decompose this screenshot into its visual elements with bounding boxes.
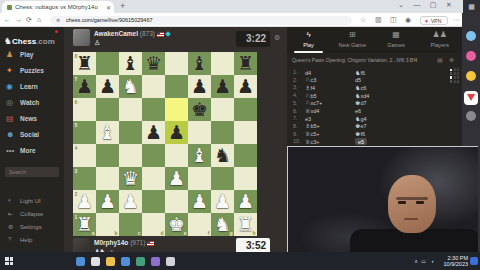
white-pawn-e3[interactable]: ♟ bbox=[165, 167, 188, 190]
square-g7[interactable]: ♟ bbox=[211, 75, 234, 98]
square-d3[interactable] bbox=[142, 167, 165, 190]
square-e5[interactable]: ♟ bbox=[165, 121, 188, 144]
vpn-extension-button[interactable]: ▼ VPN bbox=[420, 16, 448, 25]
top-player-name[interactable]: AwakenCamel (873) bbox=[94, 30, 170, 37]
square-h7[interactable]: ♟ bbox=[234, 75, 257, 98]
top-player-avatar[interactable] bbox=[73, 29, 90, 46]
play-icon: ♟ bbox=[6, 50, 13, 59]
browser-menu-icon[interactable]: ⋯ bbox=[453, 16, 460, 24]
vpn-shield-icon: ▼ bbox=[424, 18, 429, 24]
maximize-button[interactable]: ▢ bbox=[426, 1, 440, 9]
square-e2[interactable] bbox=[165, 190, 188, 213]
taskbar-date: 10/9/2023 bbox=[444, 261, 468, 268]
white-bishop-b5[interactable]: ♝ bbox=[96, 121, 119, 144]
square-a1[interactable]: 1a♜ bbox=[73, 213, 96, 236]
white-pawn-h2[interactable]: ♟ bbox=[234, 190, 257, 213]
notification-dot bbox=[55, 30, 58, 33]
image-creator-icon[interactable] bbox=[466, 51, 476, 61]
tab-dropdown-icon[interactable]: ⌄ bbox=[394, 1, 408, 9]
news-icon: ▤ bbox=[6, 114, 14, 123]
white-move-3[interactable]: ♗f4 bbox=[305, 84, 315, 91]
home-icon[interactable]: ⌂ bbox=[37, 16, 41, 23]
panel-tab-new-game[interactable]: ⊞New Game bbox=[331, 27, 374, 53]
square-d5[interactable]: ♟ bbox=[142, 121, 165, 144]
move-row-6: 6.♕xd4e6 bbox=[287, 107, 462, 115]
white-move-7[interactable]: e3 bbox=[305, 115, 311, 122]
move-row-5: 5.♘xc7+♚d7 bbox=[287, 99, 462, 107]
rank-label-6: 6 bbox=[75, 99, 78, 105]
rank-label-5: 5 bbox=[75, 122, 78, 128]
black-bishop-f8[interactable]: ♝ bbox=[188, 52, 211, 75]
game-area: AwakenCamel (873) ♙ 3:22 ⚙ 8♜♝♛♝♜7♟♟♞♟♟♟… bbox=[64, 27, 287, 252]
black-move-8[interactable]: ♚e7 bbox=[355, 122, 367, 129]
board-settings-gear-icon[interactable]: ⚙ bbox=[274, 34, 280, 42]
white-pawn-g2[interactable]: ♟ bbox=[211, 190, 234, 213]
forward-icon[interactable]: → bbox=[15, 16, 22, 23]
webcam-person-face bbox=[388, 175, 436, 233]
collections-icon[interactable]: ▥ bbox=[375, 16, 382, 24]
white-rook-a1[interactable]: ♜ bbox=[73, 213, 96, 236]
search-placeholder: Search bbox=[9, 169, 26, 175]
tray-expand-icon[interactable]: ∧ bbox=[414, 258, 418, 264]
tray-volume-icon[interactable]: ◖ bbox=[431, 258, 434, 264]
move-row-1: 1.d4♞f64.53.2 bbox=[287, 68, 462, 76]
move-row-9: 9.♕c5+♚f6 bbox=[287, 130, 462, 138]
taskbar-discord-icon[interactable] bbox=[151, 257, 160, 266]
white-move-1[interactable]: d4 bbox=[305, 69, 311, 76]
black-pawn-f7[interactable]: ♟ bbox=[188, 75, 211, 98]
white-knight-g1[interactable]: ♞ bbox=[211, 213, 234, 236]
file-label-d: d bbox=[160, 230, 163, 236]
square-a6[interactable]: 6 bbox=[73, 98, 96, 121]
square-b4[interactable] bbox=[96, 144, 119, 167]
bottom-player-flag-icon bbox=[147, 241, 154, 246]
sidebar-item-watch[interactable]: ◎Watch bbox=[0, 95, 64, 111]
back-icon[interactable]: ← bbox=[4, 16, 11, 23]
browser-tab-strip: Chess: nobagos vs M0rphy14o ✕ + ⌄ — ▢ ✕ … bbox=[0, 0, 480, 13]
square-f5[interactable] bbox=[188, 121, 211, 144]
square-c7[interactable]: ♞ bbox=[119, 75, 142, 98]
white-move-8[interactable]: ♗b5+ bbox=[305, 122, 320, 129]
black-queen-d8[interactable]: ♛ bbox=[142, 52, 165, 75]
black-move-3[interactable]: ♞c6 bbox=[355, 84, 366, 91]
logo-knight-icon: ♞ bbox=[4, 36, 12, 46]
opening-book-icon[interactable]: ▤ bbox=[437, 56, 443, 63]
settings-circle-icon[interactable] bbox=[466, 111, 476, 121]
square-b6[interactable] bbox=[96, 98, 119, 121]
tab-actions-icon[interactable]: ▦ bbox=[463, 0, 480, 13]
chess-board: 8♜♝♛♝♜7♟♟♞♟♟♟6♚5♝♟♟4♝♞3♛♟2♟♟♟♟♟♟1a♜bcde♚… bbox=[73, 52, 257, 236]
black-pawn-d5[interactable]: ♟ bbox=[142, 121, 165, 144]
square-b5[interactable]: ♝ bbox=[96, 121, 119, 144]
white-move-4[interactable]: ♘b5 bbox=[305, 92, 317, 99]
taskbar-store-icon[interactable] bbox=[136, 257, 145, 266]
black-rook-a8[interactable]: ♜ bbox=[73, 52, 96, 75]
file-label-f: f bbox=[208, 230, 210, 236]
black-pawn-h7[interactable]: ♟ bbox=[234, 75, 257, 98]
white-move-9[interactable]: ♕c5+ bbox=[305, 130, 319, 137]
square-b7[interactable]: ♟ bbox=[96, 75, 119, 98]
windows-taskbar: ∧ ▭ ◖ 2:30 PM 10/9/2023 bbox=[0, 252, 480, 270]
top-player-rating: (873) bbox=[140, 30, 155, 37]
top-player-row: AwakenCamel (873) ♙ 3:22 ⚙ bbox=[73, 29, 273, 51]
square-a8[interactable]: 8♜ bbox=[73, 52, 96, 75]
square-c6[interactable] bbox=[119, 98, 142, 121]
play-icon: ϟ bbox=[287, 30, 330, 39]
square-a2[interactable]: 2♟ bbox=[73, 190, 96, 213]
square-g1[interactable]: g♞ bbox=[211, 213, 234, 236]
square-h4[interactable] bbox=[234, 144, 257, 167]
move-row-4: 4.♘b5♞xd4 bbox=[287, 91, 462, 99]
taskbar-folder-icon[interactable] bbox=[106, 257, 115, 266]
sidebar-item-puzzles[interactable]: ✦Puzzles bbox=[0, 63, 64, 79]
black-move-1[interactable]: ♞f6 bbox=[355, 69, 365, 76]
square-g6[interactable] bbox=[211, 98, 234, 121]
chesscom-logo[interactable]: ♞Chess.com bbox=[4, 30, 58, 48]
black-pawn-a7[interactable]: ♟ bbox=[73, 75, 96, 98]
white-king-e1[interactable]: ♚ bbox=[165, 213, 188, 236]
white-knight-c7[interactable]: ♞ bbox=[119, 75, 142, 98]
square-f3[interactable] bbox=[188, 167, 211, 190]
start-button-icon[interactable] bbox=[5, 257, 13, 265]
square-d8[interactable]: ♛ bbox=[142, 52, 165, 75]
move-row-2: 2.♘c3d53.34.4 bbox=[287, 76, 462, 84]
sidebar-item-learn[interactable]: ◉Learn bbox=[0, 79, 64, 95]
black-move-4[interactable]: ♞xd4 bbox=[355, 92, 369, 99]
players-icon: ♟♟ bbox=[418, 30, 461, 39]
address-bar: ← → ⟳ ⌂ ⊜ chess.com/game/live/9061502946… bbox=[0, 13, 480, 27]
black-move-9[interactable]: ♚f6 bbox=[355, 130, 365, 137]
black-move-7[interactable]: ♞g4 bbox=[355, 115, 367, 122]
square-a3[interactable]: 3 bbox=[73, 167, 96, 190]
panel-tab-games[interactable]: ▦Games bbox=[375, 27, 418, 53]
chesscom-sidebar: ♞Chess.com ♟Play✦Puzzles◉Learn◎Watch▤New… bbox=[0, 27, 64, 252]
square-g5[interactable] bbox=[211, 121, 234, 144]
top-captured-pieces: ♙ bbox=[94, 39, 99, 47]
square-b8[interactable] bbox=[96, 52, 119, 75]
square-d1[interactable]: d bbox=[142, 213, 165, 236]
site-permissions-icon[interactable]: ⊜ bbox=[56, 17, 60, 23]
white-rook-h1[interactable]: ♜ bbox=[234, 213, 257, 236]
black-king-f6[interactable]: ♚ bbox=[188, 98, 211, 121]
search-icon[interactable] bbox=[466, 31, 476, 41]
minimize-button[interactable]: — bbox=[410, 1, 424, 8]
close-button[interactable]: ✕ bbox=[442, 1, 456, 9]
sidebar-item-news[interactable]: ▤News bbox=[0, 111, 64, 127]
bottom-player-name[interactable]: M0rphy14o (971) bbox=[94, 239, 154, 246]
square-b3[interactable] bbox=[96, 167, 119, 190]
tab-favicon bbox=[7, 5, 12, 10]
square-d2[interactable] bbox=[142, 190, 165, 213]
logo-text-suffix: .com bbox=[36, 37, 55, 46]
black-pawn-b7[interactable]: ♟ bbox=[96, 75, 119, 98]
square-g3[interactable] bbox=[211, 167, 234, 190]
square-h2[interactable]: ♟ bbox=[234, 190, 257, 213]
url-text: chess.com/game/live/90615029467 bbox=[66, 17, 153, 23]
square-f1[interactable]: f bbox=[188, 213, 211, 236]
white-move-2[interactable]: ♘c3 bbox=[305, 76, 316, 83]
square-h1[interactable]: h♜ bbox=[234, 213, 257, 236]
black-knight-g4[interactable]: ♞ bbox=[211, 144, 234, 167]
square-c8[interactable]: ♝ bbox=[119, 52, 142, 75]
profile-icon[interactable]: ◉ bbox=[405, 16, 411, 24]
notification-center-icon[interactable] bbox=[470, 257, 478, 265]
split-screen-icon[interactable]: ◫ bbox=[390, 16, 397, 24]
square-c1[interactable]: c bbox=[119, 213, 142, 236]
opening-close-icon[interactable]: ⊗ bbox=[449, 56, 454, 63]
white-pawn-f2[interactable]: ♟ bbox=[188, 190, 211, 213]
taskbar-edge-icon[interactable] bbox=[76, 257, 85, 266]
taskbar-settings-icon[interactable] bbox=[166, 257, 175, 266]
square-g8[interactable] bbox=[211, 52, 234, 75]
sidebar-footer-help[interactable]: ?Help bbox=[0, 234, 64, 247]
webcam-video[interactable] bbox=[287, 146, 478, 252]
white-bishop-f4[interactable]: ♝ bbox=[188, 144, 211, 167]
tab-title: Chess: nobagos vs M0rphy14o bbox=[15, 4, 101, 10]
panel-tab-play[interactable]: ϟPlay bbox=[287, 27, 330, 53]
top-player-badge-icon bbox=[165, 31, 171, 37]
tray-network-icon[interactable]: ▭ bbox=[421, 258, 426, 264]
url-field[interactable]: ⊜ chess.com/game/live/90615029467 bbox=[50, 16, 352, 25]
square-f7[interactable]: ♟ bbox=[188, 75, 211, 98]
rank-label-4: 4 bbox=[75, 145, 78, 151]
black-pawn-e5[interactable]: ♟ bbox=[165, 121, 188, 144]
square-h8[interactable]: ♜ bbox=[234, 52, 257, 75]
panel-tabs: ϟPlay⊞New Game▦Games♟♟Players bbox=[287, 27, 462, 53]
more-icon: ••• bbox=[6, 146, 14, 155]
puzzles-icon: ✦ bbox=[6, 66, 13, 75]
square-a5[interactable]: 5 bbox=[73, 121, 96, 144]
square-e8[interactable] bbox=[165, 52, 188, 75]
square-c2[interactable]: ♟ bbox=[119, 190, 142, 213]
white-move-5[interactable]: ♘xc7+ bbox=[305, 99, 322, 106]
panel-tab-players[interactable]: ♟♟Players bbox=[418, 27, 461, 53]
opening-name[interactable]: Queen's Pawn Opening: Chigorin Variation… bbox=[292, 57, 430, 63]
square-d4[interactable] bbox=[142, 144, 165, 167]
learn-icon: ◉ bbox=[6, 82, 13, 91]
move-row-3: 3.♗f4♞c6 bbox=[287, 83, 462, 91]
square-h3[interactable] bbox=[234, 167, 257, 190]
white-pawn-a2[interactable]: ♟ bbox=[73, 190, 96, 213]
social-icon: ☻ bbox=[6, 130, 14, 139]
move-row-8: 8.♗b5+♚e7 bbox=[287, 122, 462, 130]
bottom-player-rating: (971) bbox=[130, 239, 145, 246]
tab-close-icon[interactable]: ✕ bbox=[106, 4, 111, 11]
square-e1[interactable]: e♚ bbox=[165, 213, 188, 236]
square-e6[interactable] bbox=[165, 98, 188, 121]
square-d7[interactable] bbox=[142, 75, 165, 98]
logo-text: Chess bbox=[12, 37, 36, 46]
taskbar-explorer-icon[interactable] bbox=[91, 257, 100, 266]
sidebar-footer-collapse[interactable]: ⇤Collapse bbox=[0, 208, 64, 221]
white-move-10[interactable]: ♕c3+ bbox=[305, 138, 319, 145]
square-f4[interactable]: ♝ bbox=[188, 144, 211, 167]
square-f6[interactable]: ♚ bbox=[188, 98, 211, 121]
top-player-flag-icon bbox=[157, 32, 164, 37]
file-label-b: b bbox=[114, 230, 117, 236]
square-e3[interactable]: ♟ bbox=[165, 167, 188, 190]
sidebar-item-play[interactable]: ♟Play bbox=[0, 47, 64, 63]
square-h6[interactable] bbox=[234, 98, 257, 121]
black-bishop-c8[interactable]: ♝ bbox=[119, 52, 142, 75]
square-b2[interactable]: ♟ bbox=[96, 190, 119, 213]
square-d6[interactable] bbox=[142, 98, 165, 121]
vpn-shield-icon[interactable] bbox=[464, 91, 478, 105]
games-icon: ▦ bbox=[375, 30, 418, 39]
screen: Chess: nobagos vs M0rphy14o ✕ + ⌄ — ▢ ✕ … bbox=[0, 0, 480, 270]
white-move-6[interactable]: ♕xd4 bbox=[305, 107, 319, 114]
black-move-10[interactable]: e5 bbox=[355, 138, 367, 145]
rank-label-3: 3 bbox=[75, 168, 78, 174]
black-pawn-g7[interactable]: ♟ bbox=[211, 75, 234, 98]
file-label-c: c bbox=[138, 230, 141, 236]
black-move-2[interactable]: d5 bbox=[355, 76, 361, 83]
square-e4[interactable] bbox=[165, 144, 188, 167]
square-e7[interactable] bbox=[165, 75, 188, 98]
browser-tab[interactable]: Chess: nobagos vs M0rphy14o ✕ bbox=[2, 1, 114, 13]
square-c5[interactable] bbox=[119, 121, 142, 144]
folder-icon[interactable] bbox=[466, 71, 476, 81]
new-tab-button[interactable]: + bbox=[120, 1, 125, 11]
white-queen-c3[interactable]: ♛ bbox=[119, 167, 142, 190]
square-c4[interactable] bbox=[119, 144, 142, 167]
square-h5[interactable] bbox=[234, 121, 257, 144]
sidebar-footer-settings[interactable]: ⚙Settings bbox=[0, 221, 64, 234]
sidebar-item-more[interactable]: •••More bbox=[0, 143, 64, 159]
search-input[interactable]: Search bbox=[5, 167, 59, 177]
white-pawn-b2[interactable]: ♟ bbox=[96, 190, 119, 213]
sidebar-item-social[interactable]: ☻Social bbox=[0, 127, 64, 143]
square-f8[interactable]: ♝ bbox=[188, 52, 211, 75]
black-move-6[interactable]: e6 bbox=[355, 107, 361, 114]
vpn-label: VPN bbox=[431, 18, 441, 24]
white-pawn-c2[interactable]: ♟ bbox=[119, 190, 142, 213]
taskbar-clock[interactable]: 2:30 PM 10/9/2023 bbox=[444, 255, 468, 268]
square-g4[interactable]: ♞ bbox=[211, 144, 234, 167]
new-game-icon: ⊞ bbox=[331, 30, 374, 39]
move-row-7: 7.e3♞g4 bbox=[287, 114, 462, 122]
move-row-10: 10.♕c3+e5 bbox=[287, 137, 462, 145]
square-c3[interactable]: ♛ bbox=[119, 167, 142, 190]
taskbar-mail-icon[interactable] bbox=[121, 257, 130, 266]
favorite-star-icon[interactable]: ☆ bbox=[360, 16, 366, 24]
square-a4[interactable]: 4 bbox=[73, 144, 96, 167]
square-f2[interactable]: ♟ bbox=[188, 190, 211, 213]
square-g2[interactable]: ♟ bbox=[211, 190, 234, 213]
sidebar-footer-light-ui[interactable]: ◐Light UI bbox=[0, 195, 64, 208]
black-move-5[interactable]: ♚d7 bbox=[355, 99, 367, 106]
black-rook-h8[interactable]: ♜ bbox=[234, 52, 257, 75]
watch-icon: ◎ bbox=[6, 98, 13, 107]
square-a7[interactable]: 7♟ bbox=[73, 75, 96, 98]
reload-icon[interactable]: ⟳ bbox=[26, 16, 32, 24]
square-b1[interactable]: b bbox=[96, 213, 119, 236]
top-player-clock: 3:22 bbox=[236, 31, 270, 47]
